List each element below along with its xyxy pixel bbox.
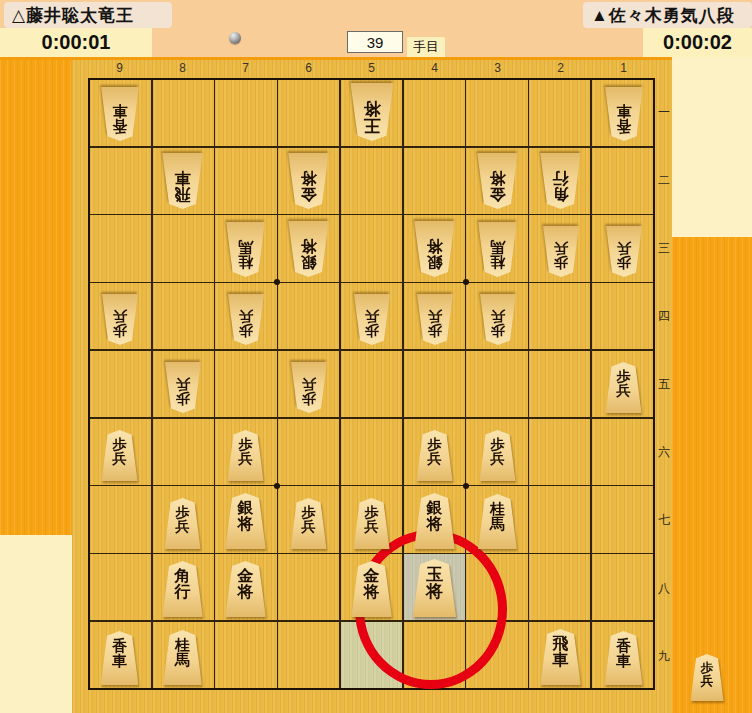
shogi-piece-sente-金将[interactable]: 金将	[223, 561, 268, 617]
left-panel-orange	[0, 57, 72, 535]
piece-kanji: 兵	[554, 241, 568, 255]
piece-kanji: 歩	[176, 392, 190, 406]
piece-kanji: 金	[238, 568, 254, 584]
rank-label-4: 四	[656, 308, 672, 325]
piece-kanji: 車	[175, 169, 191, 185]
piece-kanji: 車	[616, 103, 631, 118]
board-cell-1-7[interactable]	[592, 486, 653, 552]
shogi-piece-gote-歩兵[interactable]: 歩兵	[289, 362, 329, 413]
piece-kanji: 角	[175, 568, 191, 584]
file-label-1: 1	[592, 61, 655, 77]
piece-kanji: 兵	[176, 519, 190, 533]
piece-kanji: 歩	[239, 437, 253, 451]
shogi-piece-gote-歩兵[interactable]: 歩兵	[163, 362, 203, 413]
piece-kanji: 兵	[617, 241, 631, 255]
piece-kanji: 馬	[490, 516, 505, 531]
piece-kanji: 将	[364, 584, 380, 600]
piece-kanji: 飛	[553, 636, 569, 652]
board-cell-2-5[interactable]	[529, 351, 590, 417]
piece-kanji: 将	[238, 584, 254, 600]
piece-kanji: 兵	[491, 451, 505, 465]
rank-label-5: 五	[656, 376, 672, 393]
shogi-piece-gote-飛車[interactable]: 飛車	[160, 153, 205, 209]
board-cell-7-2[interactable]	[215, 148, 276, 214]
board-cell-7-1[interactable]	[215, 80, 276, 146]
piece-kanji: 車	[112, 103, 127, 118]
piece-kanji: 香	[616, 638, 631, 653]
board-cell-8-6[interactable]	[153, 419, 214, 485]
piece-kanji: 歩	[365, 505, 379, 519]
board-cell-6-6[interactable]	[278, 419, 339, 485]
hoshi-dot	[463, 279, 469, 285]
shogi-piece-gote-歩兵[interactable]: 歩兵	[226, 294, 266, 345]
piece-kanji: 車	[553, 652, 569, 668]
board-cell-2-7[interactable]	[529, 486, 590, 552]
piece-kanji: 馬	[490, 239, 505, 254]
piece-kanji: 馬	[238, 239, 253, 254]
shogi-piece-gote-歩兵[interactable]: 歩兵	[352, 294, 392, 345]
piece-kanji: 香	[112, 638, 127, 653]
piece-kanji: 金	[364, 568, 380, 584]
board-cell-2-4[interactable]	[529, 283, 590, 349]
shogi-piece-sente-歩兵[interactable]: 歩兵	[289, 498, 329, 549]
shogi-piece-gote-金将[interactable]: 金将	[286, 153, 331, 209]
piece-kanji: 将	[363, 99, 380, 116]
piece-kanji: 兵	[365, 519, 379, 533]
board-cell-9-3[interactable]	[90, 215, 151, 281]
rank-label-8: 八	[656, 580, 672, 597]
file-label-7: 7	[214, 61, 277, 77]
piece-kanji: 飛	[175, 186, 191, 202]
piece-kanji: 将	[490, 169, 506, 185]
piece-kanji: 銀	[427, 254, 443, 270]
board-cell-7-9[interactable]	[215, 622, 276, 688]
move-number-input[interactable]: 39	[347, 31, 403, 53]
piece-kanji: 歩	[617, 369, 631, 383]
shogi-piece-sente-銀将[interactable]: 銀将	[223, 493, 268, 549]
piece-kanji: 王	[363, 117, 380, 134]
board-cell-9-2[interactable]	[90, 148, 151, 214]
sphere-indicator-icon	[229, 32, 241, 44]
shogi-piece-sente-歩兵[interactable]: 歩兵	[100, 430, 140, 481]
board-cell-9-5[interactable]	[90, 351, 151, 417]
piece-kanji: 金	[490, 186, 506, 202]
file-label-8: 8	[151, 61, 214, 77]
piece-kanji: 将	[427, 516, 443, 532]
hoshi-dot	[274, 279, 280, 285]
piece-kanji: 角	[553, 186, 569, 202]
piece-kanji: 将	[427, 237, 443, 253]
piece-kanji: 兵	[239, 309, 253, 323]
shogi-piece-gote-歩兵[interactable]: 歩兵	[100, 294, 140, 345]
left-panel-cream	[0, 535, 72, 713]
piece-kanji: 兵	[239, 451, 253, 465]
piece-kanji: 桂	[490, 255, 505, 270]
hoshi-dot	[463, 483, 469, 489]
piece-kanji: 兵	[113, 451, 127, 465]
gote-clock: 0:00:01	[0, 28, 152, 57]
file-label-5: 5	[340, 61, 403, 77]
rank-label-2: 二	[656, 172, 672, 189]
piece-kanji: 兵	[176, 377, 190, 391]
shogi-piece-sente-飛車[interactable]: 飛車	[538, 629, 583, 685]
sente-captured-piece-tray	[672, 237, 752, 713]
piece-kanji: 歩	[113, 437, 127, 451]
piece-kanji: 行	[553, 169, 569, 185]
shogi-piece-sente-香車[interactable]: 香車	[99, 631, 141, 685]
board-cell-8-4[interactable]	[153, 283, 214, 349]
gote-captured-piece-tray	[672, 57, 752, 237]
shogi-piece-gote-銀将[interactable]: 銀将	[286, 221, 331, 277]
shogi-piece-sente-桂馬[interactable]: 桂馬	[476, 494, 519, 549]
hoshi-dot	[274, 483, 280, 489]
rank-label-9: 九	[656, 648, 672, 665]
piece-kanji: 兵	[701, 674, 714, 687]
board-cell-4-2[interactable]	[404, 148, 465, 214]
piece-kanji: 歩	[428, 324, 442, 338]
piece-kanji: 桂	[175, 637, 190, 652]
board-cell-7-5[interactable]	[215, 351, 276, 417]
piece-kanji: 歩	[365, 324, 379, 338]
shogi-piece-sente-金将[interactable]: 金将	[349, 561, 394, 617]
board-cell-6-9[interactable]	[278, 622, 339, 688]
shogi-piece-gote-桂馬[interactable]: 桂馬	[476, 222, 519, 277]
board-cell-2-8[interactable]	[529, 554, 590, 620]
board-cell-6-8[interactable]	[278, 554, 339, 620]
shogi-piece-sente-桂馬[interactable]: 桂馬	[161, 630, 204, 685]
piece-kanji: 香	[112, 119, 127, 134]
piece-kanji: 歩	[617, 256, 631, 270]
board-cell-8-3[interactable]	[153, 215, 214, 281]
board-cell-1-2[interactable]	[592, 148, 653, 214]
piece-kanji: 兵	[428, 451, 442, 465]
shogi-piece-gote-歩兵[interactable]: 歩兵	[415, 294, 455, 345]
file-label-3: 3	[466, 61, 529, 77]
piece-kanji: 車	[112, 653, 127, 668]
shogi-piece-sente-歩兵[interactable]: 歩兵	[352, 498, 392, 549]
piece-kanji: 兵	[113, 309, 127, 323]
piece-kanji: 行	[175, 584, 191, 600]
piece-kanji: 将	[426, 583, 443, 600]
board-cell-5-2[interactable]	[341, 148, 402, 214]
piece-kanji: 兵	[617, 383, 631, 397]
piece-kanji: 歩	[239, 324, 253, 338]
board-cell-5-6[interactable]	[341, 419, 402, 485]
board-cell-2-1[interactable]	[529, 80, 590, 146]
shogi-piece-sente-玉将[interactable]: 玉将	[411, 559, 459, 617]
piece-kanji: 歩	[302, 392, 316, 406]
piece-kanji: 玉	[426, 566, 443, 583]
board-cell-9-8[interactable]	[90, 554, 151, 620]
piece-kanji: 兵	[302, 377, 316, 391]
shogi-piece-gote-歩兵[interactable]: 歩兵	[604, 226, 644, 277]
shogi-piece-sente-歩兵[interactable]: 歩兵	[478, 430, 518, 481]
rank-label-6: 六	[656, 444, 672, 461]
shogi-piece-sente-角行[interactable]: 角行	[160, 561, 205, 617]
shogi-piece-gote-香車[interactable]: 香車	[99, 87, 141, 141]
sente-clock: 0:00:02	[643, 28, 752, 57]
piece-kanji: 歩	[491, 324, 505, 338]
sente-player-name-plate: ▲佐々木勇気八段	[583, 2, 752, 28]
gote-player-name-plate: △藤井聡太竜王	[4, 2, 172, 28]
rank-label-1: 一	[656, 104, 672, 121]
piece-kanji: 将	[238, 516, 254, 532]
shogi-piece-gote-香車[interactable]: 香車	[603, 87, 645, 141]
piece-kanji: 桂	[490, 501, 505, 516]
piece-kanji: 銀	[301, 254, 317, 270]
piece-kanji: 将	[301, 237, 317, 253]
piece-kanji: 桂	[238, 255, 253, 270]
piece-kanji: 銀	[238, 500, 254, 516]
file-label-9: 9	[88, 61, 151, 77]
shogi-piece-gote-角行[interactable]: 角行	[538, 153, 583, 209]
shogi-piece-sente-歩兵[interactable]: 歩兵	[415, 430, 455, 481]
board-cell-1-4[interactable]	[592, 283, 653, 349]
shogi-piece-sente-香車[interactable]: 香車	[603, 631, 645, 685]
shogi-piece-gote-歩兵[interactable]: 歩兵	[541, 226, 581, 277]
shogi-piece-sente-歩兵[interactable]: 歩兵	[226, 430, 266, 481]
piece-kanji: 兵	[491, 309, 505, 323]
board-cell-3-1[interactable]	[466, 80, 527, 146]
piece-kanji: 車	[616, 653, 631, 668]
piece-kanji: 兵	[428, 309, 442, 323]
piece-kanji: 歩	[176, 505, 190, 519]
board-cell-6-4[interactable]	[278, 283, 339, 349]
piece-kanji: 歩	[554, 256, 568, 270]
piece-kanji: 馬	[175, 652, 190, 667]
shogi-piece-gote-王将[interactable]: 王将	[348, 83, 396, 141]
board-cell-1-8[interactable]	[592, 554, 653, 620]
shogi-piece-sente-銀将[interactable]: 銀将	[412, 493, 457, 549]
piece-kanji: 歩	[428, 437, 442, 451]
board-cell-8-1[interactable]	[153, 80, 214, 146]
piece-kanji: 銀	[427, 500, 443, 516]
shogi-piece-gote-金将[interactable]: 金将	[475, 153, 520, 209]
move-number-unit-label: 手目	[407, 37, 445, 57]
board-cell-9-7[interactable]	[90, 486, 151, 552]
board-cell-4-1[interactable]	[404, 80, 465, 146]
board-cell-5-5[interactable]	[341, 351, 402, 417]
shogi-piece-sente-歩兵[interactable]: 歩兵	[604, 362, 644, 413]
shogi-piece-gote-銀将[interactable]: 銀将	[412, 221, 457, 277]
board-cell-1-6[interactable]	[592, 419, 653, 485]
piece-kanji: 将	[301, 169, 317, 185]
piece-kanji: 歩	[491, 437, 505, 451]
piece-kanji: 兵	[302, 519, 316, 533]
piece-kanji: 香	[616, 119, 631, 134]
shogi-piece-sente-歩兵[interactable]: 歩兵	[689, 654, 726, 701]
board-cell-5-3[interactable]	[341, 215, 402, 281]
board-cell-4-5[interactable]	[404, 351, 465, 417]
board-cell-3-5[interactable]	[466, 351, 527, 417]
file-label-6: 6	[277, 61, 340, 77]
piece-kanji: 金	[301, 186, 317, 202]
board-cell-6-1[interactable]	[278, 80, 339, 146]
rank-label-3: 三	[656, 240, 672, 257]
shogi-piece-sente-歩兵[interactable]: 歩兵	[163, 498, 203, 549]
rank-label-7: 七	[656, 512, 672, 529]
piece-kanji: 兵	[365, 309, 379, 323]
piece-kanji: 歩	[302, 505, 316, 519]
shogi-piece-gote-歩兵[interactable]: 歩兵	[478, 294, 518, 345]
file-label-4: 4	[403, 61, 466, 77]
piece-kanji: 歩	[113, 324, 127, 338]
file-label-2: 2	[529, 61, 592, 77]
board-cell-2-6[interactable]	[529, 419, 590, 485]
shogi-piece-gote-桂馬[interactable]: 桂馬	[224, 222, 267, 277]
